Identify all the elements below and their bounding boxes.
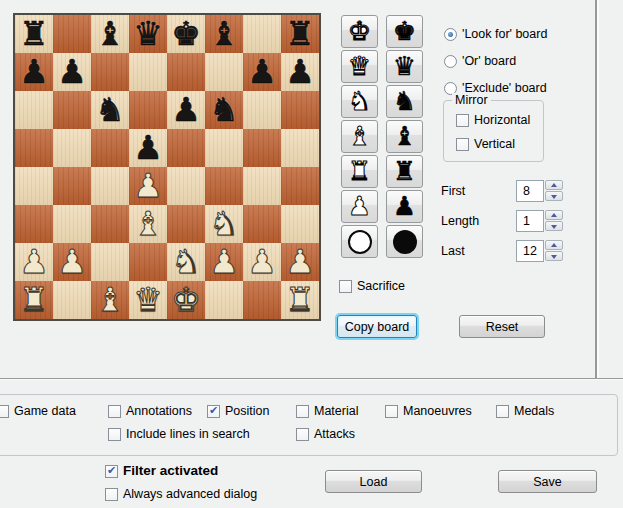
first-label: First bbox=[441, 180, 501, 202]
radio-look-for-board[interactable]: 'Look for' board bbox=[444, 27, 547, 41]
white-rook-piece: ♜ bbox=[281, 281, 319, 319]
black-any-piece-icon bbox=[393, 230, 417, 254]
black-king-piece: ♚ bbox=[167, 15, 205, 53]
radio-label: 'Look for' board bbox=[462, 27, 547, 41]
square-c2[interactable] bbox=[91, 243, 129, 281]
black-bishop-icon: ♝ bbox=[393, 121, 416, 152]
checkbox-label: Material bbox=[314, 404, 358, 418]
position-search-dialog: ♜♝♛♚♝♜♟♟♟♟♞♟♞♟♟♝♞♟♟♞♟♟♟♜♝♛♚♜ ♚♚♛♛♞♞♝♝♜♜♟… bbox=[0, 0, 623, 508]
radio-label: 'Or' board bbox=[462, 54, 516, 68]
checkbox-label: Always advanced dialog bbox=[123, 487, 257, 501]
last-spinner: 12 bbox=[516, 240, 563, 262]
piece-button-black-bishop[interactable]: ♝ bbox=[386, 120, 423, 153]
square-d3[interactable]: ♝ bbox=[129, 205, 167, 243]
horizontal-divider-highlight bbox=[0, 379, 623, 380]
square-b6[interactable] bbox=[53, 91, 91, 129]
piece-button-black-any[interactable] bbox=[386, 225, 423, 258]
white-rook-piece: ♜ bbox=[15, 281, 53, 319]
square-e3[interactable] bbox=[167, 205, 205, 243]
piece-button-white-rook[interactable]: ♜ bbox=[341, 155, 378, 188]
white-queen-piece: ♛ bbox=[129, 281, 167, 319]
square-e5[interactable] bbox=[167, 129, 205, 167]
length-spinner: 1 bbox=[516, 210, 563, 232]
black-rook-piece: ♜ bbox=[15, 15, 53, 53]
checkbox-mirror-vertical[interactable]: Vertical bbox=[456, 137, 515, 151]
checkbox-box bbox=[105, 465, 118, 478]
square-f2[interactable]: ♟ bbox=[205, 243, 243, 281]
checkbox-box bbox=[296, 428, 309, 441]
square-f6[interactable]: ♞ bbox=[205, 91, 243, 129]
save-button[interactable]: Save bbox=[498, 470, 597, 493]
white-rook-icon: ♜ bbox=[348, 156, 371, 187]
last-down-button[interactable] bbox=[545, 251, 563, 261]
square-d8[interactable]: ♛ bbox=[129, 15, 167, 53]
square-c4[interactable] bbox=[91, 167, 129, 205]
square-a5[interactable] bbox=[15, 129, 53, 167]
square-f4[interactable] bbox=[205, 167, 243, 205]
checkbox-label: Filter activated bbox=[123, 464, 218, 478]
checkbox-medals[interactable]: Medals bbox=[496, 404, 554, 418]
checkbox-box bbox=[296, 405, 309, 418]
square-d1[interactable]: ♛ bbox=[129, 281, 167, 319]
checkbox-box bbox=[456, 138, 469, 151]
square-f3[interactable]: ♞ bbox=[205, 205, 243, 243]
square-c8[interactable]: ♝ bbox=[91, 15, 129, 53]
square-a4[interactable] bbox=[15, 167, 53, 205]
last-up-button[interactable] bbox=[545, 240, 563, 250]
square-e2[interactable]: ♞ bbox=[167, 243, 205, 281]
square-h6[interactable] bbox=[281, 91, 319, 129]
mirror-groupbox: Mirror bbox=[443, 100, 544, 162]
white-pawn-icon: ♟ bbox=[348, 191, 371, 222]
last-label: Last bbox=[441, 240, 501, 262]
square-d5[interactable]: ♟ bbox=[129, 129, 167, 167]
checkbox-box bbox=[108, 428, 121, 441]
piece-button-white-queen[interactable]: ♛ bbox=[341, 50, 378, 83]
square-b7[interactable]: ♟ bbox=[53, 53, 91, 91]
white-pawn-piece: ♟ bbox=[281, 243, 319, 281]
black-rook-icon: ♜ bbox=[393, 156, 416, 187]
checkbox-box bbox=[105, 488, 118, 501]
checkbox-box bbox=[108, 405, 121, 418]
square-g6[interactable] bbox=[243, 91, 281, 129]
vertical-divider-highlight bbox=[597, 0, 599, 379]
black-queen-piece: ♛ bbox=[129, 15, 167, 53]
white-pawn-piece: ♟ bbox=[129, 167, 167, 205]
black-pawn-piece: ♟ bbox=[53, 53, 91, 91]
checkbox-label: Sacrifice bbox=[357, 279, 405, 293]
square-h4[interactable] bbox=[281, 167, 319, 205]
length-label: Length bbox=[441, 210, 501, 232]
black-king-icon: ♚ bbox=[393, 16, 416, 47]
piece-button-black-knight[interactable]: ♞ bbox=[386, 85, 423, 118]
white-pawn-piece: ♟ bbox=[15, 243, 53, 281]
square-e4[interactable] bbox=[167, 167, 205, 205]
piece-button-white-any[interactable] bbox=[341, 225, 378, 258]
square-e8[interactable]: ♚ bbox=[167, 15, 205, 53]
square-b3[interactable] bbox=[53, 205, 91, 243]
checkbox-label: Manoeuvres bbox=[403, 404, 472, 418]
black-bishop-piece: ♝ bbox=[205, 15, 243, 53]
reset-button[interactable]: Reset bbox=[459, 315, 545, 338]
first-down-button[interactable] bbox=[545, 191, 563, 201]
square-d7[interactable] bbox=[129, 53, 167, 91]
square-f8[interactable]: ♝ bbox=[205, 15, 243, 53]
checkbox-label: Medals bbox=[514, 404, 554, 418]
checkbox-box bbox=[339, 280, 352, 293]
checkbox-manoeuvres[interactable]: Manoeuvres bbox=[385, 404, 472, 418]
black-pawn-piece: ♟ bbox=[167, 91, 205, 129]
copy-board-button[interactable]: Copy board bbox=[337, 315, 417, 338]
square-g3[interactable] bbox=[243, 205, 281, 243]
piece-button-black-pawn[interactable]: ♟ bbox=[386, 190, 423, 223]
white-bishop-icon: ♝ bbox=[348, 121, 371, 152]
piece-button-white-pawn[interactable]: ♟ bbox=[341, 190, 378, 223]
square-h8[interactable]: ♜ bbox=[281, 15, 319, 53]
mirror-legend: Mirror bbox=[452, 93, 491, 107]
square-b2[interactable]: ♟ bbox=[53, 243, 91, 281]
black-knight-piece: ♞ bbox=[205, 91, 243, 129]
black-pawn-piece: ♟ bbox=[15, 53, 53, 91]
black-queen-icon: ♛ bbox=[393, 51, 416, 82]
square-e1[interactable]: ♚ bbox=[167, 281, 205, 319]
square-g2[interactable]: ♟ bbox=[243, 243, 281, 281]
checkbox-box bbox=[456, 114, 469, 127]
checkbox-mirror-horizontal[interactable]: Horizontal bbox=[456, 113, 530, 127]
length-up-button[interactable] bbox=[545, 210, 563, 220]
square-b5[interactable] bbox=[53, 129, 91, 167]
black-pawn-piece: ♟ bbox=[243, 53, 281, 91]
black-pawn-piece: ♟ bbox=[281, 53, 319, 91]
square-d2[interactable] bbox=[129, 243, 167, 281]
black-knight-piece: ♞ bbox=[91, 91, 129, 129]
square-b8[interactable] bbox=[53, 15, 91, 53]
white-king-piece: ♚ bbox=[167, 281, 205, 319]
square-b4[interactable] bbox=[53, 167, 91, 205]
radio-icon bbox=[444, 28, 457, 41]
square-h7[interactable]: ♟ bbox=[281, 53, 319, 91]
checkbox-box bbox=[496, 405, 509, 418]
square-a3[interactable] bbox=[15, 205, 53, 243]
square-a8[interactable]: ♜ bbox=[15, 15, 53, 53]
checkbox-include-lines[interactable]: Include lines in search bbox=[108, 427, 250, 441]
checkbox-position[interactable]: Position bbox=[207, 404, 269, 418]
square-b1[interactable] bbox=[53, 281, 91, 319]
square-h2[interactable]: ♟ bbox=[281, 243, 319, 281]
checkbox-label: Include lines in search bbox=[126, 427, 250, 441]
checkbox-box bbox=[0, 405, 9, 418]
square-g4[interactable] bbox=[243, 167, 281, 205]
square-a7[interactable]: ♟ bbox=[15, 53, 53, 91]
radio-or-board[interactable]: 'Or' board bbox=[444, 54, 516, 68]
white-any-piece-icon bbox=[348, 230, 372, 254]
square-c5[interactable] bbox=[91, 129, 129, 167]
checkbox-label: Annotations bbox=[126, 404, 192, 418]
checkbox-sacrifice[interactable]: Sacrifice bbox=[339, 279, 405, 293]
square-d6[interactable] bbox=[129, 91, 167, 129]
checkbox-filter-activated[interactable]: Filter activated bbox=[105, 464, 218, 478]
radio-icon bbox=[444, 55, 457, 68]
white-pawn-piece: ♟ bbox=[243, 243, 281, 281]
length-down-button[interactable] bbox=[545, 221, 563, 231]
square-g5[interactable] bbox=[243, 129, 281, 167]
checkbox-label: Attacks bbox=[314, 427, 355, 441]
square-g8[interactable] bbox=[243, 15, 281, 53]
black-rook-piece: ♜ bbox=[281, 15, 319, 53]
square-e6[interactable]: ♟ bbox=[167, 91, 205, 129]
checkbox-box bbox=[207, 405, 220, 418]
square-d4[interactable]: ♟ bbox=[129, 167, 167, 205]
square-f5[interactable] bbox=[205, 129, 243, 167]
square-c3[interactable] bbox=[91, 205, 129, 243]
square-h1[interactable]: ♜ bbox=[281, 281, 319, 319]
checkbox-game-data[interactable]: Game data bbox=[0, 404, 76, 418]
checkbox-label: Position bbox=[225, 404, 269, 418]
checkbox-label: Vertical bbox=[474, 137, 515, 151]
white-knight-piece: ♞ bbox=[167, 243, 205, 281]
checkbox-label: Game data bbox=[14, 404, 76, 418]
white-bishop-piece: ♝ bbox=[129, 205, 167, 243]
black-pawn-icon: ♟ bbox=[393, 191, 416, 222]
load-button[interactable]: Load bbox=[325, 470, 422, 493]
white-knight-piece: ♞ bbox=[205, 205, 243, 243]
square-e7[interactable] bbox=[167, 53, 205, 91]
checkbox-label: Horizontal bbox=[474, 113, 530, 127]
square-h3[interactable] bbox=[281, 205, 319, 243]
white-king-icon: ♚ bbox=[348, 16, 371, 47]
white-knight-icon: ♞ bbox=[348, 86, 371, 117]
square-c1[interactable]: ♝ bbox=[91, 281, 129, 319]
checkbox-material[interactable]: Material bbox=[296, 404, 358, 418]
piece-button-white-king[interactable]: ♚ bbox=[341, 15, 378, 48]
square-a1[interactable]: ♜ bbox=[15, 281, 53, 319]
checkbox-always-advanced-dialog[interactable]: Always advanced dialog bbox=[105, 487, 257, 501]
black-pawn-piece: ♟ bbox=[129, 129, 167, 167]
square-f7[interactable] bbox=[205, 53, 243, 91]
white-pawn-piece: ♟ bbox=[53, 243, 91, 281]
first-value-field[interactable]: 8 bbox=[516, 180, 544, 202]
piece-button-black-king[interactable]: ♚ bbox=[386, 15, 423, 48]
black-knight-icon: ♞ bbox=[393, 86, 416, 117]
checkbox-attacks[interactable]: Attacks bbox=[296, 427, 355, 441]
white-queen-icon: ♛ bbox=[348, 51, 371, 82]
piece-button-white-bishop[interactable]: ♝ bbox=[341, 120, 378, 153]
first-spinner: 8 bbox=[516, 180, 563, 202]
square-c7[interactable] bbox=[91, 53, 129, 91]
checkbox-box bbox=[385, 405, 398, 418]
square-g1[interactable] bbox=[243, 281, 281, 319]
white-pawn-piece: ♟ bbox=[205, 243, 243, 281]
square-c6[interactable]: ♞ bbox=[91, 91, 129, 129]
square-a2[interactable]: ♟ bbox=[15, 243, 53, 281]
piece-button-white-knight[interactable]: ♞ bbox=[341, 85, 378, 118]
square-f1[interactable] bbox=[205, 281, 243, 319]
length-value-field[interactable]: 1 bbox=[516, 210, 544, 232]
square-h5[interactable] bbox=[281, 129, 319, 167]
piece-button-black-rook[interactable]: ♜ bbox=[386, 155, 423, 188]
piece-button-black-queen[interactable]: ♛ bbox=[386, 50, 423, 83]
piece-selector: ♚♚♛♛♞♞♝♝♜♜♟♟ bbox=[341, 15, 423, 258]
square-a6[interactable] bbox=[15, 91, 53, 129]
first-up-button[interactable] bbox=[545, 180, 563, 190]
search-position-board[interactable]: ♜♝♛♚♝♜♟♟♟♟♞♟♞♟♟♝♞♟♟♞♟♟♟♜♝♛♚♜ bbox=[13, 13, 321, 321]
last-value-field[interactable]: 12 bbox=[516, 240, 544, 262]
checkbox-annotations[interactable]: Annotations bbox=[108, 404, 192, 418]
square-g7[interactable]: ♟ bbox=[243, 53, 281, 91]
black-bishop-piece: ♝ bbox=[91, 15, 129, 53]
white-bishop-piece: ♝ bbox=[91, 281, 129, 319]
